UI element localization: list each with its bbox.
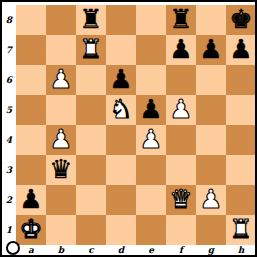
white-knight-d5[interactable]: ♞ [106,95,136,125]
square-h7[interactable]: ♟ [226,35,255,65]
square-f6[interactable] [166,65,196,95]
square-e8[interactable] [136,5,166,35]
black-pawn-e5[interactable]: ♟ [136,95,166,125]
file-labels: abcdefgh [16,244,255,255]
square-f1[interactable] [166,215,196,245]
square-d7[interactable] [106,35,136,65]
square-g7[interactable]: ♟ [196,35,226,65]
rank-label-4: 4 [2,125,16,155]
square-c3[interactable] [76,155,106,185]
square-g8[interactable] [196,5,226,35]
square-e4[interactable]: ♟ [136,125,166,155]
file-label-g: g [196,244,226,255]
white-pawn-b4[interactable]: ♟ [46,125,76,155]
file-label-a: a [16,244,46,255]
square-g5[interactable] [196,95,226,125]
rank-labels: 87654321 [2,5,16,245]
square-c5[interactable] [76,95,106,125]
square-f8[interactable]: ♜ [166,5,196,35]
black-rook-c8[interactable]: ♜ [76,5,106,35]
square-c8[interactable]: ♜ [76,5,106,35]
square-f5[interactable]: ♟ [166,95,196,125]
square-h1[interactable]: ♜ [226,215,255,245]
black-pawn-d6[interactable]: ♟ [106,65,136,95]
square-a1[interactable]: ♚ [16,215,46,245]
white-pawn-e4[interactable]: ♟ [136,125,166,155]
square-g4[interactable] [196,125,226,155]
square-h2[interactable] [226,185,255,215]
diagram-inner: ♜♜♚♜♟♟♟♟♟♞♟♟♟♟♛♟♛♟♚♜ 87654321 abcdefgh [2,2,255,255]
black-pawn-f7[interactable]: ♟ [166,35,196,65]
square-b2[interactable] [46,185,76,215]
square-c4[interactable] [76,125,106,155]
square-e6[interactable] [136,65,166,95]
file-label-d: d [106,244,136,255]
square-a8[interactable] [16,5,46,35]
file-label-e: e [136,244,166,255]
square-a3[interactable] [16,155,46,185]
rank-label-2: 2 [2,185,16,215]
chess-board[interactable]: ♜♜♚♜♟♟♟♟♟♞♟♟♟♟♛♟♛♟♚♜ [16,5,255,245]
square-h6[interactable] [226,65,255,95]
square-b6[interactable]: ♟ [46,65,76,95]
white-rook-c7[interactable]: ♜ [76,35,106,65]
square-b5[interactable] [46,95,76,125]
square-d3[interactable] [106,155,136,185]
square-c2[interactable] [76,185,106,215]
rank-label-8: 8 [2,5,16,35]
square-a7[interactable] [16,35,46,65]
square-e2[interactable] [136,185,166,215]
square-d4[interactable] [106,125,136,155]
square-g3[interactable] [196,155,226,185]
square-a2[interactable]: ♟ [16,185,46,215]
black-pawn-g7[interactable]: ♟ [196,35,226,65]
white-pawn-f5[interactable]: ♟ [166,95,196,125]
square-b8[interactable] [46,5,76,35]
square-a5[interactable] [16,95,46,125]
square-f7[interactable]: ♟ [166,35,196,65]
black-pawn-a2[interactable]: ♟ [16,185,46,215]
square-f2[interactable]: ♛ [166,185,196,215]
square-b1[interactable] [46,215,76,245]
square-f3[interactable] [166,155,196,185]
square-h4[interactable] [226,125,255,155]
square-c7[interactable]: ♜ [76,35,106,65]
square-c1[interactable] [76,215,106,245]
chess-diagram: ♜♜♚♜♟♟♟♟♟♞♟♟♟♟♛♟♛♟♚♜ 87654321 abcdefgh [0,0,257,257]
square-a6[interactable] [16,65,46,95]
square-d2[interactable] [106,185,136,215]
square-h8[interactable]: ♚ [226,5,255,35]
square-e3[interactable] [136,155,166,185]
square-d6[interactable]: ♟ [106,65,136,95]
black-king-h8[interactable]: ♚ [226,5,255,35]
white-pawn-b6[interactable]: ♟ [46,65,76,95]
file-label-c: c [76,244,106,255]
white-to-move-indicator [6,241,20,255]
square-a4[interactable] [16,125,46,155]
square-e5[interactable]: ♟ [136,95,166,125]
square-c6[interactable] [76,65,106,95]
rank-label-6: 6 [2,65,16,95]
file-label-f: f [166,244,196,255]
black-rook-f8[interactable]: ♜ [166,5,196,35]
square-b3[interactable]: ♛ [46,155,76,185]
square-h5[interactable] [226,95,255,125]
square-d1[interactable] [106,215,136,245]
square-d8[interactable] [106,5,136,35]
square-g2[interactable]: ♟ [196,185,226,215]
black-queen-b3[interactable]: ♛ [46,155,76,185]
square-b4[interactable]: ♟ [46,125,76,155]
square-h3[interactable] [226,155,255,185]
white-rook-h1[interactable]: ♜ [226,215,255,245]
square-b7[interactable] [46,35,76,65]
white-queen-f2[interactable]: ♛ [166,185,196,215]
white-king-a1[interactable]: ♚ [16,215,46,245]
rank-label-5: 5 [2,95,16,125]
square-e1[interactable] [136,215,166,245]
white-pawn-g2[interactable]: ♟ [196,185,226,215]
square-g6[interactable] [196,65,226,95]
square-e7[interactable] [136,35,166,65]
square-g1[interactable] [196,215,226,245]
rank-label-7: 7 [2,35,16,65]
file-label-b: b [46,244,76,255]
file-label-h: h [226,244,255,255]
rank-label-3: 3 [2,155,16,185]
black-pawn-h7[interactable]: ♟ [226,35,255,65]
square-d5[interactable]: ♞ [106,95,136,125]
square-f4[interactable] [166,125,196,155]
